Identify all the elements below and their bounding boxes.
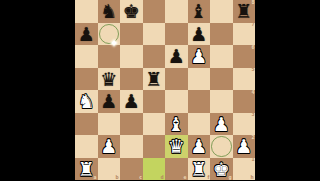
piece-white-pawn[interactable]: ♟: [98, 135, 121, 158]
piece-white-pawn[interactable]: ♟: [188, 45, 211, 68]
square-g1[interactable]: ♚g: [210, 158, 233, 181]
square-f3[interactable]: [188, 113, 211, 136]
coordinate-file-label: d: [161, 175, 164, 179]
annotation-circle-b7: [99, 24, 120, 45]
chess-board: ♞♚♝♜8♟♟7♟♟6♛♜5♞♟♟4♝♟3♟♛♟♟2♜abcde♜f♚g1h: [75, 0, 255, 180]
coordinate-file-label: a: [94, 175, 97, 179]
square-d7[interactable]: [143, 23, 166, 46]
piece-black-pawn[interactable]: ♟: [188, 23, 211, 46]
square-b5[interactable]: ♛: [98, 68, 121, 91]
coordinate-rank-label: 3: [251, 113, 254, 117]
piece-black-rook[interactable]: ♜: [233, 0, 256, 23]
square-e2[interactable]: ♛: [165, 135, 188, 158]
piece-black-pawn[interactable]: ♟: [120, 90, 143, 113]
square-b8[interactable]: ♞: [98, 0, 121, 23]
square-c8[interactable]: ♚: [120, 0, 143, 23]
square-a1[interactable]: ♜a: [75, 158, 98, 181]
piece-white-knight[interactable]: ♞: [75, 90, 98, 113]
square-e8[interactable]: [165, 0, 188, 23]
square-f5[interactable]: [188, 68, 211, 91]
piece-black-king[interactable]: ♚: [120, 0, 143, 23]
square-a3[interactable]: [75, 113, 98, 136]
square-f8[interactable]: ♝: [188, 0, 211, 23]
square-f2[interactable]: ♟: [188, 135, 211, 158]
square-d4[interactable]: [143, 90, 166, 113]
square-a2[interactable]: [75, 135, 98, 158]
square-g8[interactable]: [210, 0, 233, 23]
square-h8[interactable]: ♜8: [233, 0, 256, 23]
coordinate-file-label: f: [207, 175, 209, 179]
square-b2[interactable]: ♟: [98, 135, 121, 158]
square-g5[interactable]: [210, 68, 233, 91]
coordinate-rank-label: 6: [251, 46, 254, 50]
square-d5[interactable]: ♜: [143, 68, 166, 91]
square-c3[interactable]: [120, 113, 143, 136]
square-e6[interactable]: ♟: [165, 45, 188, 68]
square-c1[interactable]: c: [120, 158, 143, 181]
square-a4[interactable]: ♞: [75, 90, 98, 113]
square-e5[interactable]: [165, 68, 188, 91]
square-g3[interactable]: ♟: [210, 113, 233, 136]
square-f1[interactable]: ♜f: [188, 158, 211, 181]
square-g6[interactable]: [210, 45, 233, 68]
piece-white-pawn[interactable]: ♟: [233, 135, 256, 158]
square-c2[interactable]: [120, 135, 143, 158]
square-f7[interactable]: ♟: [188, 23, 211, 46]
piece-black-pawn[interactable]: ♟: [98, 90, 121, 113]
square-d1[interactable]: d: [143, 158, 166, 181]
square-h7[interactable]: 7: [233, 23, 256, 46]
square-c4[interactable]: ♟: [120, 90, 143, 113]
square-h2[interactable]: ♟2: [233, 135, 256, 158]
square-b1[interactable]: b: [98, 158, 121, 181]
piece-black-queen[interactable]: ♛: [98, 68, 121, 91]
square-h1[interactable]: 1h: [233, 158, 256, 181]
square-d3[interactable]: [143, 113, 166, 136]
coordinate-file-label: c: [139, 175, 142, 179]
coordinate-rank-label: 5: [251, 68, 254, 72]
piece-black-bishop[interactable]: ♝: [188, 0, 211, 23]
piece-black-rook[interactable]: ♜: [143, 68, 166, 91]
square-d6[interactable]: [143, 45, 166, 68]
piece-white-bishop[interactable]: ♝: [165, 113, 188, 136]
piece-white-pawn[interactable]: ♟: [188, 135, 211, 158]
piece-white-queen[interactable]: ♛: [165, 135, 188, 158]
coordinate-file-label: h: [251, 175, 254, 179]
square-b3[interactable]: [98, 113, 121, 136]
square-c5[interactable]: [120, 68, 143, 91]
annotation-circle-g2: [211, 136, 232, 157]
piece-white-rook[interactable]: ♜: [75, 158, 98, 181]
coordinate-rank-label: 1: [251, 158, 254, 162]
square-f4[interactable]: [188, 90, 211, 113]
coordinate-file-label: b: [116, 175, 119, 179]
piece-white-king[interactable]: ♚: [210, 158, 233, 181]
coordinate-file-label: e: [184, 175, 187, 179]
square-b4[interactable]: ♟: [98, 90, 121, 113]
piece-black-knight[interactable]: ♞: [98, 0, 121, 23]
square-h4[interactable]: 4: [233, 90, 256, 113]
square-d8[interactable]: [143, 0, 166, 23]
square-h3[interactable]: 3: [233, 113, 256, 136]
square-e3[interactable]: ♝: [165, 113, 188, 136]
coordinate-rank-label: 8: [251, 1, 254, 5]
square-g4[interactable]: [210, 90, 233, 113]
square-a8[interactable]: [75, 0, 98, 23]
square-a5[interactable]: [75, 68, 98, 91]
square-g2[interactable]: [210, 135, 233, 158]
square-d2[interactable]: [143, 135, 166, 158]
coordinate-file-label: g: [228, 175, 231, 179]
coordinate-rank-label: 2: [251, 136, 254, 140]
square-f6[interactable]: ♟: [188, 45, 211, 68]
piece-black-pawn[interactable]: ♟: [75, 23, 98, 46]
square-e4[interactable]: [165, 90, 188, 113]
square-e1[interactable]: e: [165, 158, 188, 181]
square-a6[interactable]: [75, 45, 98, 68]
square-a7[interactable]: ♟: [75, 23, 98, 46]
coordinate-rank-label: 7: [251, 23, 254, 27]
square-h6[interactable]: 6: [233, 45, 256, 68]
square-e7[interactable]: [165, 23, 188, 46]
coordinate-rank-label: 4: [251, 91, 254, 95]
square-g7[interactable]: [210, 23, 233, 46]
app-background: ♞♚♝♜8♟♟7♟♟6♛♜5♞♟♟4♝♟3♟♛♟♟2♜abcde♜f♚g1h: [0, 0, 320, 180]
piece-white-pawn[interactable]: ♟: [210, 113, 233, 136]
square-c7[interactable]: [120, 23, 143, 46]
square-b7[interactable]: [98, 23, 121, 46]
piece-white-rook[interactable]: ♜: [188, 158, 211, 181]
square-b6[interactable]: [98, 45, 121, 68]
square-c6[interactable]: [120, 45, 143, 68]
square-h5[interactable]: 5: [233, 68, 256, 91]
piece-black-pawn[interactable]: ♟: [165, 45, 188, 68]
